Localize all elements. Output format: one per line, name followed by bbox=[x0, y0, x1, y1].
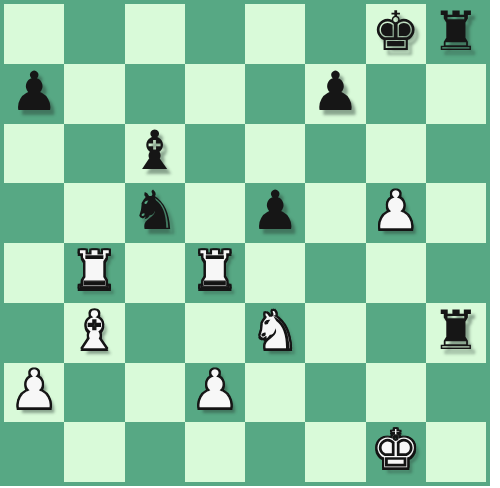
square-d4[interactable]: ♜ bbox=[185, 243, 245, 303]
square-h6[interactable] bbox=[426, 124, 486, 184]
square-c4[interactable] bbox=[125, 243, 185, 303]
square-b8[interactable] bbox=[64, 4, 124, 64]
piece-black-bishop[interactable]: ♝ bbox=[130, 124, 178, 178]
piece-black-knight[interactable]: ♞ bbox=[130, 184, 178, 238]
square-d8[interactable] bbox=[185, 4, 245, 64]
square-h4[interactable] bbox=[426, 243, 486, 303]
square-b1[interactable] bbox=[64, 422, 124, 482]
square-g3[interactable] bbox=[366, 303, 426, 363]
square-e3[interactable]: ♞ bbox=[245, 303, 305, 363]
square-b5[interactable] bbox=[64, 183, 124, 243]
piece-white-pawn[interactable]: ♟ bbox=[191, 363, 239, 417]
chess-board-frame: ♚♜♟♟♝♞♟♟♜♜♝♞♜♟♟♚ bbox=[0, 0, 490, 486]
piece-white-pawn[interactable]: ♟ bbox=[10, 363, 58, 417]
square-b4[interactable]: ♜ bbox=[64, 243, 124, 303]
square-g2[interactable] bbox=[366, 363, 426, 423]
square-c2[interactable] bbox=[125, 363, 185, 423]
square-g7[interactable] bbox=[366, 64, 426, 124]
square-d2[interactable]: ♟ bbox=[185, 363, 245, 423]
square-g5[interactable]: ♟ bbox=[366, 183, 426, 243]
square-b2[interactable] bbox=[64, 363, 124, 423]
square-c7[interactable] bbox=[125, 64, 185, 124]
square-e6[interactable] bbox=[245, 124, 305, 184]
square-a6[interactable] bbox=[4, 124, 64, 184]
square-a1[interactable] bbox=[4, 422, 64, 482]
piece-white-rook[interactable]: ♜ bbox=[70, 244, 118, 298]
square-a4[interactable] bbox=[4, 243, 64, 303]
square-g6[interactable] bbox=[366, 124, 426, 184]
square-d5[interactable] bbox=[185, 183, 245, 243]
piece-white-king[interactable]: ♚ bbox=[371, 423, 419, 477]
square-d1[interactable] bbox=[185, 422, 245, 482]
piece-black-pawn[interactable]: ♟ bbox=[251, 184, 299, 238]
square-e7[interactable] bbox=[245, 64, 305, 124]
square-d7[interactable] bbox=[185, 64, 245, 124]
square-f8[interactable] bbox=[305, 4, 365, 64]
square-c1[interactable] bbox=[125, 422, 185, 482]
square-g1[interactable]: ♚ bbox=[366, 422, 426, 482]
square-f4[interactable] bbox=[305, 243, 365, 303]
square-a5[interactable] bbox=[4, 183, 64, 243]
square-e1[interactable] bbox=[245, 422, 305, 482]
piece-black-rook[interactable]: ♜ bbox=[432, 304, 480, 358]
square-e5[interactable]: ♟ bbox=[245, 183, 305, 243]
square-c5[interactable]: ♞ bbox=[125, 183, 185, 243]
square-a2[interactable]: ♟ bbox=[4, 363, 64, 423]
square-c8[interactable] bbox=[125, 4, 185, 64]
square-a8[interactable] bbox=[4, 4, 64, 64]
square-c6[interactable]: ♝ bbox=[125, 124, 185, 184]
square-h8[interactable]: ♜ bbox=[426, 4, 486, 64]
square-b7[interactable] bbox=[64, 64, 124, 124]
square-h1[interactable] bbox=[426, 422, 486, 482]
chess-board: ♚♜♟♟♝♞♟♟♜♜♝♞♜♟♟♚ bbox=[4, 4, 486, 482]
square-g8[interactable]: ♚ bbox=[366, 4, 426, 64]
piece-white-bishop[interactable]: ♝ bbox=[70, 304, 118, 358]
piece-black-king[interactable]: ♚ bbox=[371, 5, 419, 59]
square-h3[interactable]: ♜ bbox=[426, 303, 486, 363]
square-e4[interactable] bbox=[245, 243, 305, 303]
square-a7[interactable]: ♟ bbox=[4, 64, 64, 124]
square-f1[interactable] bbox=[305, 422, 365, 482]
piece-black-pawn[interactable]: ♟ bbox=[10, 65, 58, 119]
page: ♚♜♟♟♝♞♟♟♜♜♝♞♜♟♟♚ bbox=[0, 0, 500, 488]
square-g4[interactable] bbox=[366, 243, 426, 303]
square-f5[interactable] bbox=[305, 183, 365, 243]
square-f7[interactable]: ♟ bbox=[305, 64, 365, 124]
square-b3[interactable]: ♝ bbox=[64, 303, 124, 363]
square-h2[interactable] bbox=[426, 363, 486, 423]
piece-black-pawn[interactable]: ♟ bbox=[311, 65, 359, 119]
square-e2[interactable] bbox=[245, 363, 305, 423]
piece-white-knight[interactable]: ♞ bbox=[251, 304, 299, 358]
piece-black-rook[interactable]: ♜ bbox=[432, 5, 480, 59]
square-f3[interactable] bbox=[305, 303, 365, 363]
piece-white-pawn[interactable]: ♟ bbox=[371, 184, 419, 238]
square-c3[interactable] bbox=[125, 303, 185, 363]
square-f2[interactable] bbox=[305, 363, 365, 423]
square-e8[interactable] bbox=[245, 4, 305, 64]
square-d6[interactable] bbox=[185, 124, 245, 184]
square-d3[interactable] bbox=[185, 303, 245, 363]
square-b6[interactable] bbox=[64, 124, 124, 184]
piece-white-rook[interactable]: ♜ bbox=[191, 244, 239, 298]
square-h7[interactable] bbox=[426, 64, 486, 124]
square-a3[interactable] bbox=[4, 303, 64, 363]
square-h5[interactable] bbox=[426, 183, 486, 243]
square-f6[interactable] bbox=[305, 124, 365, 184]
